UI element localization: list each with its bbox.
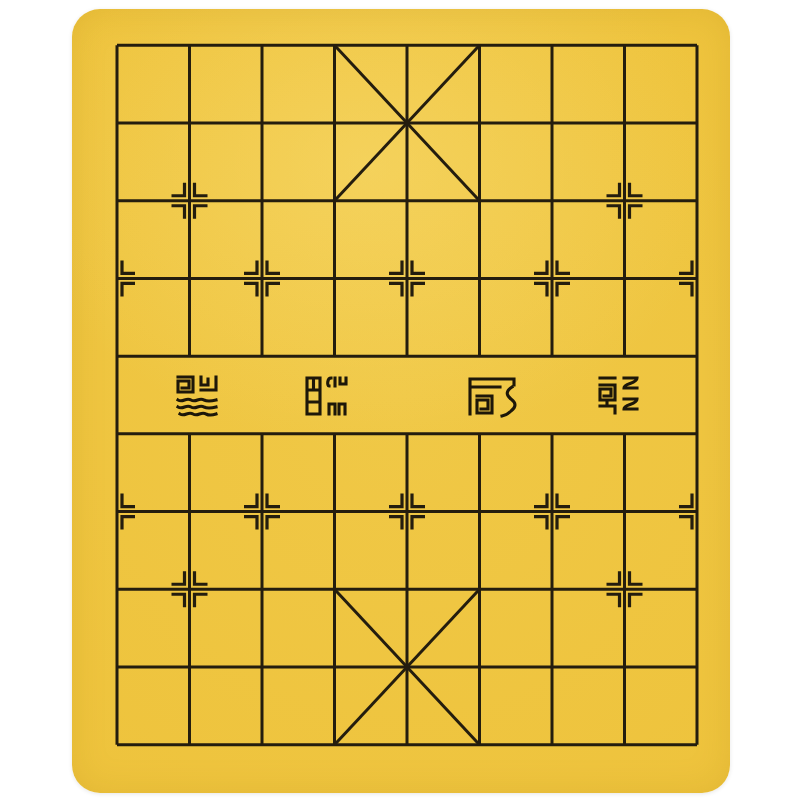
river-character-3 [466,374,520,418]
river-character-2 [302,374,348,418]
xiangqi-board-mat [72,9,730,793]
seal-glyph-icon [596,374,640,418]
river-character-4 [596,374,640,418]
seal-glyph-icon [174,374,220,418]
river-character-1 [174,374,220,418]
photo-background [0,0,800,800]
seal-glyph-icon [466,374,520,418]
seal-glyph-icon [302,374,348,418]
